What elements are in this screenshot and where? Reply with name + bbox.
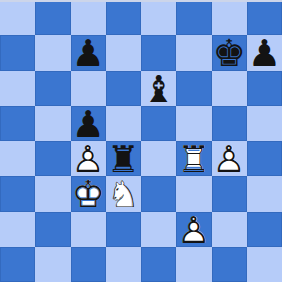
square-g2[interactable]	[212, 212, 247, 247]
square-h8[interactable]	[247, 0, 282, 35]
square-h4[interactable]	[247, 141, 282, 176]
square-g7[interactable]: ♚	[212, 35, 247, 70]
square-h3[interactable]	[247, 176, 282, 211]
piece-solid-glyph: ♟︎	[71, 36, 106, 71]
square-f3[interactable]	[176, 176, 211, 211]
square-c7[interactable]: ♟︎	[71, 35, 106, 70]
square-g5[interactable]	[212, 106, 247, 141]
chess-board-wrap: ♟︎♚♟︎♝♟︎♟︎♙♜♜♖♟︎♙♚♔♞♘♟︎♙	[0, 0, 282, 282]
white-rook[interactable]: ♜♖	[176, 141, 211, 176]
square-h6[interactable]	[247, 71, 282, 106]
square-f2[interactable]: ♟︎♙	[176, 212, 211, 247]
square-g3[interactable]	[212, 176, 247, 211]
square-f7[interactable]	[176, 35, 211, 70]
piece-solid-glyph: ♜	[106, 142, 141, 177]
square-c8[interactable]	[71, 0, 106, 35]
chess-board: ♟︎♚♟︎♝♟︎♟︎♙♜♜♖♟︎♙♚♔♞♘♟︎♙	[0, 0, 282, 282]
square-c6[interactable]	[71, 71, 106, 106]
square-e5[interactable]	[141, 106, 176, 141]
square-d6[interactable]	[106, 71, 141, 106]
square-e2[interactable]	[141, 212, 176, 247]
square-a6[interactable]	[0, 71, 35, 106]
square-b5[interactable]	[35, 106, 70, 141]
white-pawn[interactable]: ♟︎♙	[176, 212, 211, 247]
square-c3[interactable]: ♚♔	[71, 176, 106, 211]
square-g1[interactable]	[212, 247, 247, 282]
square-b7[interactable]	[35, 35, 70, 70]
piece-solid-glyph: ♟︎	[247, 36, 282, 71]
board-top-edge	[0, 0, 282, 2]
square-g6[interactable]	[212, 71, 247, 106]
square-d1[interactable]	[106, 247, 141, 282]
piece-outline-glyph: ♔	[71, 177, 106, 212]
square-b3[interactable]	[35, 176, 70, 211]
square-f6[interactable]	[176, 71, 211, 106]
black-pawn[interactable]: ♟︎	[71, 35, 106, 70]
piece-solid-glyph: ♝	[141, 72, 176, 107]
square-h2[interactable]	[247, 212, 282, 247]
square-e4[interactable]	[141, 141, 176, 176]
black-pawn[interactable]: ♟︎	[71, 106, 106, 141]
square-c1[interactable]	[71, 247, 106, 282]
black-rook[interactable]: ♜	[106, 141, 141, 176]
square-d5[interactable]	[106, 106, 141, 141]
piece-solid-glyph: ♟︎	[71, 107, 106, 142]
square-c5[interactable]: ♟︎	[71, 106, 106, 141]
square-b2[interactable]	[35, 212, 70, 247]
square-h5[interactable]	[247, 106, 282, 141]
square-f5[interactable]	[176, 106, 211, 141]
square-a3[interactable]	[0, 176, 35, 211]
square-b4[interactable]	[35, 141, 70, 176]
square-d2[interactable]	[106, 212, 141, 247]
square-a8[interactable]	[0, 0, 35, 35]
square-a5[interactable]	[0, 106, 35, 141]
square-h1[interactable]	[247, 247, 282, 282]
piece-outline-glyph: ♘	[106, 177, 141, 212]
square-b8[interactable]	[35, 0, 70, 35]
piece-outline-glyph: ♙	[212, 142, 247, 177]
square-b6[interactable]	[35, 71, 70, 106]
square-d7[interactable]	[106, 35, 141, 70]
piece-solid-glyph: ♚	[212, 36, 247, 71]
white-knight[interactable]: ♞♘	[106, 176, 141, 211]
square-c4[interactable]: ♟︎♙	[71, 141, 106, 176]
square-g8[interactable]	[212, 0, 247, 35]
black-bishop[interactable]: ♝	[141, 71, 176, 106]
square-e7[interactable]	[141, 35, 176, 70]
square-a4[interactable]	[0, 141, 35, 176]
white-pawn[interactable]: ♟︎♙	[212, 141, 247, 176]
square-e3[interactable]	[141, 176, 176, 211]
square-f8[interactable]	[176, 0, 211, 35]
black-pawn[interactable]: ♟︎	[247, 35, 282, 70]
square-d4[interactable]: ♜	[106, 141, 141, 176]
square-c2[interactable]	[71, 212, 106, 247]
piece-outline-glyph: ♙	[71, 142, 106, 177]
white-pawn[interactable]: ♟︎♙	[71, 141, 106, 176]
square-e1[interactable]	[141, 247, 176, 282]
square-e6[interactable]: ♝	[141, 71, 176, 106]
square-f1[interactable]	[176, 247, 211, 282]
piece-outline-glyph: ♖	[176, 142, 211, 177]
black-king[interactable]: ♚	[212, 35, 247, 70]
square-f4[interactable]: ♜♖	[176, 141, 211, 176]
square-d3[interactable]: ♞♘	[106, 176, 141, 211]
square-h7[interactable]: ♟︎	[247, 35, 282, 70]
white-king[interactable]: ♚♔	[71, 176, 106, 211]
piece-outline-glyph: ♙	[176, 213, 211, 248]
square-a2[interactable]	[0, 212, 35, 247]
square-g4[interactable]: ♟︎♙	[212, 141, 247, 176]
square-d8[interactable]	[106, 0, 141, 35]
square-b1[interactable]	[35, 247, 70, 282]
square-a7[interactable]	[0, 35, 35, 70]
square-a1[interactable]	[0, 247, 35, 282]
square-e8[interactable]	[141, 0, 176, 35]
